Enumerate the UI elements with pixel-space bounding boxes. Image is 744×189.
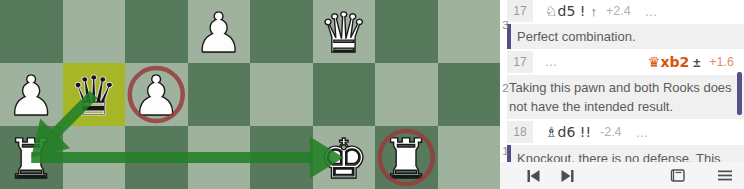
position-assessment: ± (693, 55, 700, 70)
move-row: 17…♛xb2±+1.6 (507, 51, 744, 73)
move-row: 18♗d6 !!-2.4… (507, 121, 744, 143)
square-e1[interactable] (250, 126, 313, 189)
white-rook-g1: ♜ (375, 126, 438, 189)
skip-to-start-icon (527, 170, 540, 182)
move-list[interactable]: 17♘d5 !↑+2.4…Perfect combination.17…♛xb2… (507, 0, 744, 163)
square-e3[interactable] (250, 0, 313, 63)
board-squares[interactable]: ♟♛♟♛♟♜♚♜ (0, 0, 500, 189)
square-c1[interactable] (125, 126, 188, 189)
skip-to-end-button[interactable] (556, 165, 578, 186)
square-g2[interactable] (375, 63, 438, 126)
move-san[interactable]: ♛xb2 (648, 54, 689, 70)
square-b3[interactable] (63, 0, 126, 63)
move-row: 17♘d5 !↑+2.4… (507, 0, 744, 22)
engine-eval: -2.4 (600, 125, 622, 139)
square-a3[interactable] (0, 0, 63, 63)
rank-label-1: 1 (501, 145, 510, 157)
move-number: 17 (507, 0, 533, 22)
white-move-ellipsis: … (545, 55, 558, 69)
square-d1[interactable] (188, 126, 251, 189)
skip-to-start-button[interactable] (522, 165, 544, 186)
move-list-panel: 321 17♘d5 !↑+2.4…Perfect combination.17…… (500, 0, 744, 189)
square-h3[interactable] (438, 0, 501, 63)
more-moves-ellipsis[interactable]: … (645, 4, 659, 19)
square-g3[interactable] (375, 0, 438, 63)
annotation-comment: Taking this pawn and both Rooks does not… (507, 75, 744, 119)
square-b1[interactable] (63, 126, 126, 189)
white-king-f1: ♚ (313, 126, 376, 189)
nag-symbol: ↑ (590, 4, 597, 19)
white-pawn-c2: ♟ (125, 63, 188, 126)
skip-to-end-icon (561, 170, 574, 182)
menu-icon (718, 170, 732, 181)
engine-eval: +2.4 (606, 4, 631, 18)
menu-button[interactable] (714, 165, 736, 186)
move-san[interactable]: ♗d6 !! (545, 124, 591, 140)
move-number: 18 (507, 121, 533, 143)
square-a1[interactable]: ♜ (0, 126, 63, 189)
square-g1[interactable]: ♜ (375, 126, 438, 189)
more-moves-ellipsis[interactable]: … (636, 125, 650, 140)
white-pawn-a2: ♟ (0, 63, 63, 126)
scrollbar-thumb[interactable] (737, 72, 742, 115)
engine-eval: +1.6 (709, 55, 734, 69)
square-h2[interactable] (438, 63, 501, 126)
white-queen-f3: ♛ (313, 0, 376, 63)
book-icon (670, 169, 685, 182)
square-d2[interactable] (188, 63, 251, 126)
square-f2[interactable] (313, 63, 376, 126)
square-f1[interactable]: ♚ (313, 126, 376, 189)
square-c3[interactable] (125, 0, 188, 63)
square-d3[interactable]: ♟ (188, 0, 251, 63)
chess-board[interactable]: ♟♛♟♛♟♜♚♜ (0, 0, 500, 189)
annotation-comment: Perfect combination. (507, 24, 744, 49)
rank-label-2: 2 (501, 82, 510, 94)
move-number: 17 (507, 51, 533, 73)
square-e2[interactable] (250, 63, 313, 126)
square-c2[interactable]: ♟ (125, 63, 188, 126)
annotation-comment: Knockout, there is no defense. This (507, 145, 744, 163)
square-f3[interactable]: ♛ (313, 0, 376, 63)
white-rook-a1: ♜ (0, 126, 63, 189)
square-h1[interactable] (438, 126, 501, 189)
move-san[interactable]: ♘d5 ! (545, 3, 585, 19)
square-b2[interactable]: ♛ (63, 63, 126, 126)
book-button[interactable] (666, 165, 688, 186)
black-queen-b2: ♛ (63, 63, 126, 126)
white-pawn-d3: ♟ (188, 0, 251, 63)
square-a2[interactable]: ♟ (0, 63, 63, 126)
analysis-toolbar (500, 162, 744, 189)
chess-analysis-app: ♟♛♟♛♟♜♚♜ 321 17♘d5 !↑+2.4…Perfect combin… (0, 0, 744, 189)
rank-label-3: 3 (501, 19, 510, 31)
